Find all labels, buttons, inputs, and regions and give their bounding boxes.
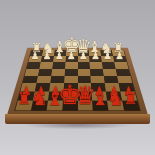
square-a1 xyxy=(122,101,140,111)
square-f4 xyxy=(50,76,64,84)
square-f5 xyxy=(51,69,65,76)
square-c5 xyxy=(90,69,104,76)
square-f1 xyxy=(46,101,62,111)
square-d4 xyxy=(78,76,92,84)
square-c4 xyxy=(91,76,105,84)
square-g2 xyxy=(33,92,49,101)
square-c2 xyxy=(92,92,108,101)
square-a3 xyxy=(119,83,135,91)
square-e3 xyxy=(63,83,77,91)
square-d2 xyxy=(78,92,93,101)
square-c1 xyxy=(92,101,108,111)
square-a5 xyxy=(116,69,131,76)
square-d5 xyxy=(78,69,91,76)
chess-board-grid xyxy=(15,50,140,110)
square-g1 xyxy=(31,101,48,111)
square-c3 xyxy=(91,83,106,91)
square-d1 xyxy=(78,101,94,111)
square-e2 xyxy=(63,92,78,101)
square-a2 xyxy=(120,92,137,101)
chess-board xyxy=(7,48,148,115)
square-f2 xyxy=(48,92,64,101)
square-e5 xyxy=(64,69,77,76)
square-g3 xyxy=(35,83,50,91)
board-box-front-edge xyxy=(5,114,150,124)
square-e1 xyxy=(62,101,78,111)
square-d3 xyxy=(78,83,92,91)
photo-scene: ♜♞♝♚♛♝♞♜♟♟♟♟♟♟♟♟♟♟♟♟♟♟♟♟♜♞♝♚♛♝♞♜ xyxy=(0,0,155,155)
square-a4 xyxy=(117,76,132,84)
square-e4 xyxy=(64,76,78,84)
square-g5 xyxy=(38,69,52,76)
square-g4 xyxy=(36,76,51,84)
square-f3 xyxy=(49,83,64,91)
